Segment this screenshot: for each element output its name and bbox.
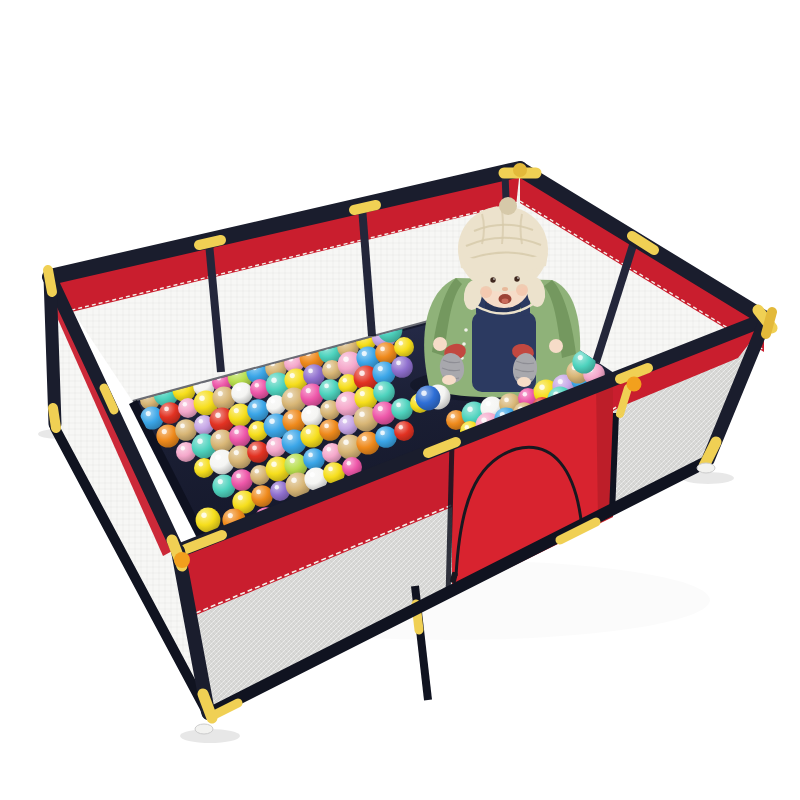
play-ball [303, 448, 325, 470]
rail-joint-tube [199, 240, 221, 245]
playpen-illustration [0, 0, 800, 800]
rail-joint-tube [354, 205, 376, 210]
door-right-seam-pole [612, 413, 616, 514]
play-ball [319, 419, 341, 441]
baby-hand [433, 337, 447, 351]
baby-cheek [516, 284, 528, 296]
play-ball [373, 381, 395, 403]
baby-hand [549, 339, 563, 353]
play-ball [229, 425, 251, 447]
play-ball [175, 419, 197, 441]
corner-connector-ball [174, 552, 190, 568]
baby-tongue [502, 299, 509, 304]
suction-foot [195, 724, 213, 734]
left-corner-pole [50, 277, 55, 424]
play-ball [303, 364, 325, 386]
play-ball [301, 405, 323, 427]
play-ball [416, 386, 441, 411]
play-ball [231, 382, 253, 404]
rail-connector-ball [627, 377, 642, 392]
play-ball [159, 402, 181, 424]
play-ball [394, 421, 414, 441]
play-ball [391, 356, 413, 378]
play-ball [247, 399, 269, 421]
play-ball [231, 469, 253, 491]
play-ball [247, 441, 269, 463]
baby-eye [514, 276, 519, 281]
baby-nose [502, 287, 508, 291]
suction-foot [697, 463, 715, 473]
product-photo-stage [0, 0, 800, 800]
play-ball [251, 485, 273, 507]
baby-eye [490, 277, 495, 282]
play-ball [391, 398, 413, 420]
play-ball [375, 426, 397, 448]
hat-pompom [499, 197, 517, 215]
baby-cheek [480, 286, 492, 298]
